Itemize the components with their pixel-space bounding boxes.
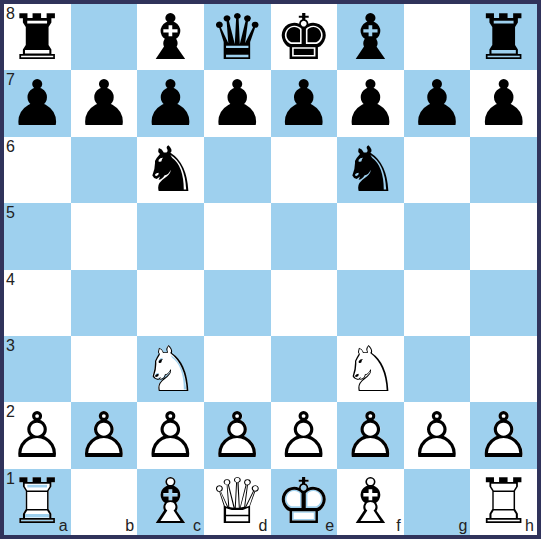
piece-outline-layer: ♘ xyxy=(337,336,404,402)
square-h4[interactable] xyxy=(470,270,537,336)
square-b3[interactable] xyxy=(71,336,138,402)
square-g8[interactable] xyxy=(404,4,471,70)
piece-fill-layer: ♛ xyxy=(204,4,271,70)
square-b7[interactable]: ♟ xyxy=(71,70,138,136)
piece-white-pawn: ♟♙ xyxy=(404,402,471,468)
piece-black-pawn: ♟ xyxy=(137,70,204,136)
square-b8[interactable] xyxy=(71,4,138,70)
file-label-g: g xyxy=(458,518,467,534)
piece-black-pawn: ♟ xyxy=(337,70,404,136)
square-h5[interactable] xyxy=(470,203,537,269)
piece-fill-layer: ♝ xyxy=(337,4,404,70)
square-e2[interactable]: ♟♙ xyxy=(271,402,338,468)
piece-black-pawn: ♟ xyxy=(71,70,138,136)
piece-white-pawn: ♟♙ xyxy=(71,402,138,468)
rank-label-5: 5 xyxy=(6,205,15,221)
piece-outline-layer: ♙ xyxy=(470,402,537,468)
piece-fill-layer: ♟ xyxy=(470,402,537,468)
square-b1[interactable]: b xyxy=(71,469,138,535)
square-e1[interactable]: e♚♔ xyxy=(271,469,338,535)
square-c7[interactable]: ♟ xyxy=(137,70,204,136)
file-label-a: a xyxy=(59,518,68,534)
file-label-d: d xyxy=(259,518,268,534)
piece-fill-layer: ♟ xyxy=(404,70,471,136)
square-c4[interactable] xyxy=(137,270,204,336)
file-label-e: e xyxy=(325,518,334,534)
square-f2[interactable]: ♟♙ xyxy=(337,402,404,468)
piece-fill-layer: ♟ xyxy=(337,70,404,136)
piece-fill-layer: ♟ xyxy=(71,70,138,136)
piece-fill-layer: ♟ xyxy=(204,402,271,468)
piece-black-pawn: ♟ xyxy=(204,70,271,136)
piece-white-pawn: ♟♙ xyxy=(137,402,204,468)
piece-black-pawn: ♟ xyxy=(470,70,537,136)
square-a5[interactable]: 5 xyxy=(4,203,71,269)
rank-label-2: 2 xyxy=(6,404,15,420)
square-h8[interactable]: ♜ xyxy=(470,4,537,70)
square-b4[interactable] xyxy=(71,270,138,336)
piece-outline-layer: ♙ xyxy=(204,402,271,468)
square-f5[interactable] xyxy=(337,203,404,269)
square-d3[interactable] xyxy=(204,336,271,402)
piece-fill-layer: ♟ xyxy=(404,402,471,468)
piece-black-pawn: ♟ xyxy=(404,70,471,136)
square-h6[interactable] xyxy=(470,137,537,203)
square-h1[interactable]: h♜♖ xyxy=(470,469,537,535)
rank-label-7: 7 xyxy=(6,72,15,88)
square-e6[interactable] xyxy=(271,137,338,203)
piece-fill-layer: ♟ xyxy=(271,402,338,468)
file-label-f: f xyxy=(396,518,400,534)
square-g3[interactable] xyxy=(404,336,471,402)
square-c3[interactable]: ♞♘ xyxy=(137,336,204,402)
square-f4[interactable] xyxy=(337,270,404,336)
piece-fill-layer: ♝ xyxy=(337,469,404,535)
piece-fill-layer: ♚ xyxy=(271,4,338,70)
square-b5[interactable] xyxy=(71,203,138,269)
square-d6[interactable] xyxy=(204,137,271,203)
piece-outline-layer: ♙ xyxy=(137,402,204,468)
piece-black-king: ♚ xyxy=(271,4,338,70)
file-label-h: h xyxy=(525,518,534,534)
piece-fill-layer: ♞ xyxy=(337,137,404,203)
square-e4[interactable] xyxy=(271,270,338,336)
piece-outline-layer: ♗ xyxy=(337,469,404,535)
piece-outline-layer: ♙ xyxy=(271,402,338,468)
square-a2[interactable]: 2♟♙ xyxy=(4,402,71,468)
square-a7[interactable]: 7♟ xyxy=(4,70,71,136)
piece-fill-layer: ♞ xyxy=(137,336,204,402)
square-g7[interactable]: ♟ xyxy=(404,70,471,136)
square-d1[interactable]: d♛♕ xyxy=(204,469,271,535)
piece-white-pawn: ♟♙ xyxy=(204,402,271,468)
piece-fill-layer: ♞ xyxy=(337,336,404,402)
file-label-b: b xyxy=(125,518,134,534)
square-g6[interactable] xyxy=(404,137,471,203)
rank-label-4: 4 xyxy=(6,272,15,288)
piece-outline-layer: ♙ xyxy=(337,402,404,468)
piece-white-knight: ♞♘ xyxy=(137,336,204,402)
square-a8[interactable]: 8♜ xyxy=(4,4,71,70)
piece-fill-layer: ♟ xyxy=(337,402,404,468)
square-e7[interactable]: ♟ xyxy=(271,70,338,136)
piece-fill-layer: ♟ xyxy=(204,70,271,136)
piece-fill-layer: ♟ xyxy=(271,70,338,136)
piece-white-bishop: ♝♗ xyxy=(337,469,404,535)
piece-outline-layer: ♙ xyxy=(71,402,138,468)
piece-black-bishop: ♝ xyxy=(137,4,204,70)
rank-label-3: 3 xyxy=(6,338,15,354)
piece-fill-layer: ♜ xyxy=(470,4,537,70)
square-b2[interactable]: ♟♙ xyxy=(71,402,138,468)
piece-fill-layer: ♟ xyxy=(137,70,204,136)
piece-white-pawn: ♟♙ xyxy=(271,402,338,468)
piece-outline-layer: ♘ xyxy=(137,336,204,402)
square-b6[interactable] xyxy=(71,137,138,203)
square-c6[interactable]: ♞ xyxy=(137,137,204,203)
square-d4[interactable] xyxy=(204,270,271,336)
square-a1[interactable]: 1a♜♖ xyxy=(4,469,71,535)
square-g4[interactable] xyxy=(404,270,471,336)
square-a3[interactable]: 3 xyxy=(4,336,71,402)
piece-white-knight: ♞♘ xyxy=(337,336,404,402)
square-a6[interactable]: 6 xyxy=(4,137,71,203)
square-c2[interactable]: ♟♙ xyxy=(137,402,204,468)
square-d8[interactable]: ♛ xyxy=(204,4,271,70)
piece-outline-layer: ♙ xyxy=(404,402,471,468)
square-g2[interactable]: ♟♙ xyxy=(404,402,471,468)
square-e8[interactable]: ♚ xyxy=(271,4,338,70)
piece-black-bishop: ♝ xyxy=(337,4,404,70)
square-h2[interactable]: ♟♙ xyxy=(470,402,537,468)
piece-fill-layer: ♟ xyxy=(470,70,537,136)
piece-white-pawn: ♟♙ xyxy=(470,402,537,468)
square-d2[interactable]: ♟♙ xyxy=(204,402,271,468)
rank-label-6: 6 xyxy=(6,139,15,155)
piece-white-pawn: ♟♙ xyxy=(337,402,404,468)
square-h7[interactable]: ♟ xyxy=(470,70,537,136)
rank-label-1: 1 xyxy=(6,471,15,487)
square-e5[interactable] xyxy=(271,203,338,269)
square-c1[interactable]: c♝♗ xyxy=(137,469,204,535)
square-f6[interactable]: ♞ xyxy=(337,137,404,203)
square-e3[interactable] xyxy=(271,336,338,402)
square-f8[interactable]: ♝ xyxy=(337,4,404,70)
piece-black-rook: ♜ xyxy=(470,4,537,70)
square-f7[interactable]: ♟ xyxy=(337,70,404,136)
piece-fill-layer: ♝ xyxy=(137,4,204,70)
square-a4[interactable]: 4 xyxy=(4,270,71,336)
square-d5[interactable] xyxy=(204,203,271,269)
chessboard-stage: 8♜♝♛♚♝♜7♟♟♟♟♟♟♟♟6♞♞543♞♘♞♘2♟♙♟♙♟♙♟♙♟♙♟♙♟… xyxy=(0,0,541,539)
square-c8[interactable]: ♝ xyxy=(137,4,204,70)
piece-fill-layer: ♞ xyxy=(137,137,204,203)
piece-fill-layer: ♟ xyxy=(137,402,204,468)
piece-black-pawn: ♟ xyxy=(271,70,338,136)
square-g1[interactable]: g xyxy=(404,469,471,535)
file-label-c: c xyxy=(193,518,201,534)
piece-black-knight: ♞ xyxy=(337,137,404,203)
piece-black-knight: ♞ xyxy=(137,137,204,203)
square-g5[interactable] xyxy=(404,203,471,269)
square-f3[interactable]: ♞♘ xyxy=(337,336,404,402)
square-c5[interactable] xyxy=(137,203,204,269)
piece-fill-layer: ♟ xyxy=(71,402,138,468)
rank-label-8: 8 xyxy=(6,6,15,22)
square-d7[interactable]: ♟ xyxy=(204,70,271,136)
chess-board: 8♜♝♛♚♝♜7♟♟♟♟♟♟♟♟6♞♞543♞♘♞♘2♟♙♟♙♟♙♟♙♟♙♟♙♟… xyxy=(0,0,541,539)
square-h3[interactable] xyxy=(470,336,537,402)
square-f1[interactable]: f♝♗ xyxy=(337,469,404,535)
piece-black-queen: ♛ xyxy=(204,4,271,70)
